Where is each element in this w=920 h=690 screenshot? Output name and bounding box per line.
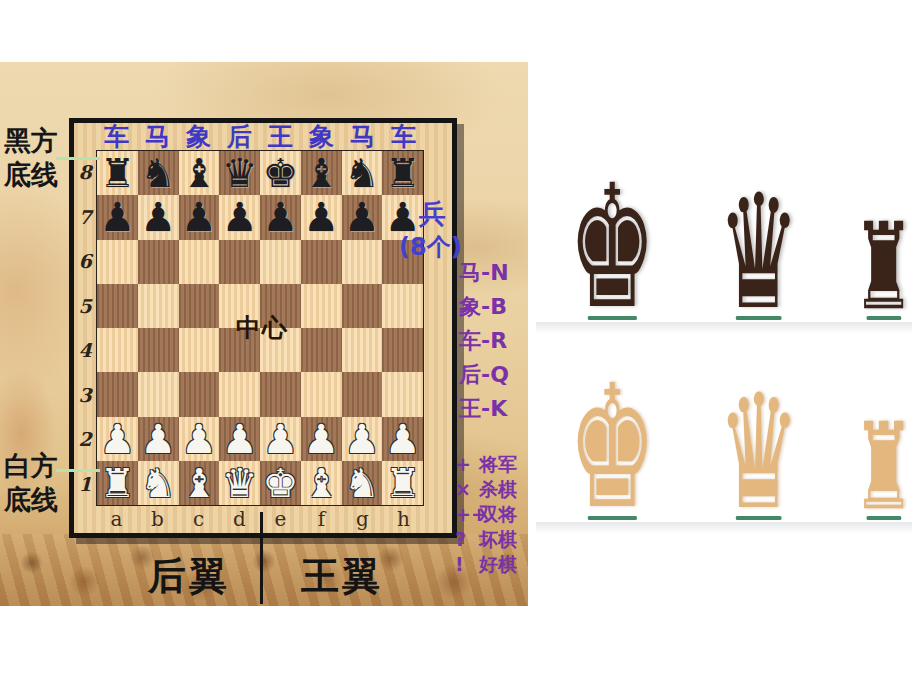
move-symbol-row: +将军 <box>455 452 517 477</box>
square-h1[interactable]: ♜ <box>382 461 423 505</box>
white-pawn: ♟ <box>222 419 258 459</box>
dark-queen-photo: ♛ <box>718 189 800 320</box>
square-d2[interactable]: ♟ <box>219 417 260 461</box>
file-label-h: h <box>383 506 424 532</box>
square-c3[interactable] <box>179 372 220 416</box>
header-label-h: 车 <box>383 122 424 150</box>
square-c8[interactable]: ♝ <box>179 151 220 195</box>
square-b2[interactable]: ♟ <box>138 417 179 461</box>
pawn-count-label: (8个) <box>399 231 462 263</box>
black-queen: ♛ <box>222 153 258 193</box>
white-knight: ♞ <box>344 463 380 503</box>
black-bishop: ♝ <box>181 153 217 193</box>
white-pawn: ♟ <box>385 419 421 459</box>
white-baseline-pointer-line <box>56 469 100 472</box>
square-b7[interactable]: ♟ <box>138 195 179 239</box>
square-h2[interactable]: ♟ <box>382 417 423 461</box>
black-pawn: ♟ <box>344 197 380 237</box>
square-f3[interactable] <box>301 372 342 416</box>
square-e7[interactable]: ♟ <box>260 195 301 239</box>
symbol-meaning: 将军 <box>479 453 517 475</box>
square-c1[interactable]: ♝ <box>179 461 220 505</box>
black-baseline-label: 黑方 底线 <box>4 124 58 192</box>
file-label-c: c <box>178 506 219 532</box>
header-label-a: 车 <box>96 122 137 150</box>
square-h8[interactable]: ♜ <box>382 151 423 195</box>
chess-board: 车马象后王象马车 87654321 ♜♞♝♛♚♝♞♜♟♟♟♟♟♟♟♟♟♟♟♟♟♟… <box>69 118 457 538</box>
wing-divider-line <box>260 512 263 604</box>
symbol-meaning: 坏棋 <box>479 528 517 550</box>
square-g6[interactable] <box>342 240 383 284</box>
light-rook-photo: ♜ <box>853 419 915 520</box>
symbol-meaning: 双将 <box>479 503 517 525</box>
white-baseline-label: 白方 底线 <box>4 449 58 517</box>
square-f2[interactable]: ♟ <box>301 417 342 461</box>
square-c4[interactable] <box>179 328 220 372</box>
piece-letter-R: 车-R <box>459 324 509 358</box>
symbol-meaning: 杀棋 <box>479 478 517 500</box>
file-label-d: d <box>219 506 260 532</box>
square-d3[interactable] <box>219 372 260 416</box>
symbol-glyph: ! <box>455 552 479 577</box>
header-label-f: 象 <box>301 122 342 150</box>
header-label-c: 象 <box>178 122 219 150</box>
file-label-f: f <box>301 506 342 532</box>
square-a7[interactable]: ♟ <box>97 195 138 239</box>
black-knight: ♞ <box>344 153 380 193</box>
header-label-b: 马 <box>137 122 178 150</box>
square-g4[interactable] <box>342 328 383 372</box>
square-d6[interactable] <box>219 240 260 284</box>
square-a4[interactable] <box>97 328 138 372</box>
black-pawn: ♟ <box>303 197 339 237</box>
symbol-glyph: ? <box>455 527 479 552</box>
move-symbol-legend: +将军×杀棋++双将?坏棋!好棋 <box>455 452 517 577</box>
black-pawn: ♟ <box>262 197 298 237</box>
square-f5[interactable] <box>301 284 342 328</box>
square-h4[interactable] <box>382 328 423 372</box>
white-rook: ♜ <box>99 463 135 503</box>
square-b3[interactable] <box>138 372 179 416</box>
square-c6[interactable] <box>179 240 220 284</box>
square-f7[interactable]: ♟ <box>301 195 342 239</box>
black-king: ♚ <box>262 153 298 193</box>
white-baseline-line1: 白方 <box>4 449 58 483</box>
black-baseline-pointer-line <box>56 157 100 160</box>
square-a5[interactable] <box>97 284 138 328</box>
square-g5[interactable] <box>342 284 383 328</box>
light-king-photo: ♚ <box>568 379 656 520</box>
piece-letter-legend: 马-N象-B车-R后-Q王-K <box>459 256 509 426</box>
rank-labels: 87654321 <box>74 150 96 506</box>
black-bishop: ♝ <box>303 153 339 193</box>
white-pawn: ♟ <box>344 419 380 459</box>
white-rook: ♜ <box>385 463 421 503</box>
piece-letter-Q: 后-Q <box>459 358 509 392</box>
header-label-e: 王 <box>260 122 301 150</box>
white-pawn: ♟ <box>181 419 217 459</box>
square-b8[interactable]: ♞ <box>138 151 179 195</box>
black-pawn: ♟ <box>99 197 135 237</box>
rank-label-2: 2 <box>74 417 96 462</box>
header-label-d: 后 <box>219 122 260 150</box>
white-baseline-line2: 底线 <box>4 483 58 517</box>
rank-label-4: 4 <box>74 328 96 373</box>
white-pawn: ♟ <box>99 419 135 459</box>
square-g1[interactable]: ♞ <box>342 461 383 505</box>
light-queen-photo: ♛ <box>718 389 800 520</box>
queenside-label: 后翼 <box>148 551 230 602</box>
piece-letter-B: 象-B <box>459 290 509 324</box>
rank-label-6: 6 <box>74 239 96 284</box>
square-a6[interactable] <box>97 240 138 284</box>
square-a1[interactable]: ♜ <box>97 461 138 505</box>
square-g8[interactable]: ♞ <box>342 151 383 195</box>
dark-pieces-row: ♚♛♜♝♞♟ <box>536 128 912 320</box>
rank-label-7: 7 <box>74 195 96 240</box>
piece-letter-K: 王-K <box>459 392 509 426</box>
square-c2[interactable]: ♟ <box>179 417 220 461</box>
battle-scene-art <box>0 534 528 606</box>
piece-letter-N: 马-N <box>459 256 509 290</box>
move-symbol-row: ?坏棋 <box>455 527 517 552</box>
white-pawn: ♟ <box>262 419 298 459</box>
square-g3[interactable] <box>342 372 383 416</box>
black-pawn: ♟ <box>181 197 217 237</box>
square-b6[interactable] <box>138 240 179 284</box>
header-label-g: 马 <box>342 122 383 150</box>
file-label-g: g <box>342 506 383 532</box>
file-label-b: b <box>137 506 178 532</box>
dark-rook-photo: ♜ <box>853 219 915 320</box>
slide: ♚♛♜♝♞♟ ♚♛♜♝♞♟ 车马象后王象马车 87654321 ♜♞♝♛♚♝♞♜… <box>0 0 920 690</box>
light-pieces-row: ♚♛♜♝♞♟ <box>536 328 912 520</box>
square-b4[interactable] <box>138 328 179 372</box>
symbol-glyph: + <box>455 452 479 477</box>
square-g7[interactable]: ♟ <box>342 195 383 239</box>
file-label-a: a <box>96 506 137 532</box>
move-symbol-row: ×杀棋 <box>455 477 517 502</box>
pawn-label: 兵 <box>419 196 446 232</box>
square-d1[interactable]: ♛ <box>219 461 260 505</box>
black-pawn: ♟ <box>222 197 258 237</box>
black-rook: ♜ <box>385 153 421 193</box>
square-d7[interactable]: ♟ <box>219 195 260 239</box>
move-symbol-row: !好棋 <box>455 552 517 577</box>
white-pawn: ♟ <box>140 419 176 459</box>
square-a2[interactable]: ♟ <box>97 417 138 461</box>
white-pawn: ♟ <box>303 419 339 459</box>
white-bishop: ♝ <box>181 463 217 503</box>
square-a3[interactable] <box>97 372 138 416</box>
square-f4[interactable] <box>301 328 342 372</box>
black-baseline-line2: 底线 <box>4 158 58 192</box>
kingside-label: 王翼 <box>301 551 383 602</box>
square-a8[interactable]: ♜ <box>97 151 138 195</box>
file-label-e: e <box>260 506 301 532</box>
white-bishop: ♝ <box>303 463 339 503</box>
symbol-glyph: × <box>455 477 479 502</box>
dark-king-photo: ♚ <box>568 179 656 320</box>
center-label: 中心 <box>236 311 288 344</box>
square-f1[interactable]: ♝ <box>301 461 342 505</box>
square-b1[interactable]: ♞ <box>138 461 179 505</box>
black-pawn: ♟ <box>140 197 176 237</box>
square-b5[interactable] <box>138 284 179 328</box>
symbol-glyph: ++ <box>455 502 479 527</box>
rank-label-5: 5 <box>74 284 96 329</box>
staunton-pieces-photo: ♚♛♜♝♞♟ ♚♛♜♝♞♟ <box>528 0 920 690</box>
square-e1[interactable]: ♚ <box>260 461 301 505</box>
black-knight: ♞ <box>140 153 176 193</box>
black-baseline-line1: 黑方 <box>4 124 58 158</box>
white-queen: ♛ <box>222 463 258 503</box>
square-f6[interactable] <box>301 240 342 284</box>
square-c5[interactable] <box>179 284 220 328</box>
symbol-meaning: 好棋 <box>479 553 517 575</box>
square-f8[interactable]: ♝ <box>301 151 342 195</box>
square-h3[interactable] <box>382 372 423 416</box>
rank-label-3: 3 <box>74 373 96 418</box>
white-knight: ♞ <box>140 463 176 503</box>
square-c7[interactable]: ♟ <box>179 195 220 239</box>
square-h5[interactable] <box>382 284 423 328</box>
square-e3[interactable] <box>260 372 301 416</box>
white-king: ♚ <box>262 463 298 503</box>
black-rook: ♜ <box>99 153 135 193</box>
square-e2[interactable]: ♟ <box>260 417 301 461</box>
square-d8[interactable]: ♛ <box>219 151 260 195</box>
square-e8[interactable]: ♚ <box>260 151 301 195</box>
square-g2[interactable]: ♟ <box>342 417 383 461</box>
move-symbol-row: ++双将 <box>455 502 517 527</box>
piece-name-header: 车马象后王象马车 <box>96 122 424 150</box>
square-e6[interactable] <box>260 240 301 284</box>
